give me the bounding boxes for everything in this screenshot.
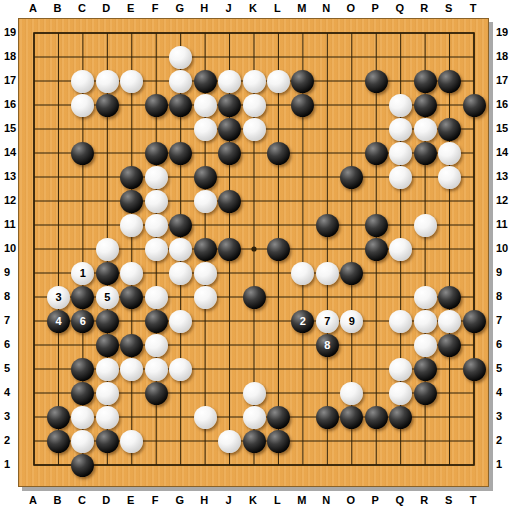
row-label-left-4: 4	[4, 385, 30, 399]
col-label-bottom-G: G	[168, 493, 192, 507]
col-label-top-B: B	[45, 1, 69, 15]
white-stone-D4[interactable]	[96, 382, 119, 405]
star-point-K10	[251, 246, 256, 251]
white-stone-move-7-N7[interactable]: 7	[316, 310, 339, 333]
col-label-bottom-F: F	[143, 493, 167, 507]
row-label-right-8: 8	[496, 289, 511, 303]
row-label-left-7: 7	[4, 313, 30, 327]
col-label-top-O: O	[339, 1, 363, 15]
col-label-bottom-R: R	[412, 493, 436, 507]
col-label-bottom-L: L	[265, 493, 289, 507]
row-label-left-14: 14	[4, 145, 30, 159]
white-stone-E17[interactable]	[120, 70, 143, 93]
white-stone-F12[interactable]	[145, 190, 168, 213]
black-stone-K2[interactable]	[243, 430, 266, 453]
row-label-right-2: 2	[496, 433, 511, 447]
row-label-right-13: 13	[496, 169, 511, 183]
white-stone-J17[interactable]	[218, 70, 241, 93]
white-stone-Q10[interactable]	[389, 238, 412, 261]
white-stone-R6[interactable]	[414, 334, 437, 357]
col-label-top-E: E	[119, 1, 143, 15]
black-stone-J16[interactable]	[218, 94, 241, 117]
white-stone-D10[interactable]	[96, 238, 119, 261]
white-stone-M9[interactable]	[291, 262, 314, 285]
go-board[interactable]: 135462798	[18, 18, 489, 487]
row-label-right-16: 16	[496, 97, 511, 111]
white-stone-F13[interactable]	[145, 166, 168, 189]
black-stone-C1[interactable]	[71, 454, 94, 477]
col-label-bottom-O: O	[339, 493, 363, 507]
col-label-top-R: R	[412, 1, 436, 15]
black-stone-T16[interactable]	[463, 94, 486, 117]
col-label-top-S: S	[437, 1, 461, 15]
black-stone-F14[interactable]	[145, 142, 168, 165]
white-stone-R8[interactable]	[414, 286, 437, 309]
black-stone-E6[interactable]	[120, 334, 143, 357]
white-stone-E9[interactable]	[120, 262, 143, 285]
white-stone-J2[interactable]	[218, 430, 241, 453]
col-label-bottom-J: J	[217, 493, 241, 507]
black-stone-R5[interactable]	[414, 358, 437, 381]
black-stone-move-2-M7[interactable]: 2	[291, 310, 314, 333]
white-stone-H9[interactable]	[194, 262, 217, 285]
row-label-right-9: 9	[496, 265, 511, 279]
row-label-right-18: 18	[496, 49, 511, 63]
white-stone-H8[interactable]	[194, 286, 217, 309]
row-label-left-18: 18	[4, 49, 30, 63]
black-stone-H13[interactable]	[194, 166, 217, 189]
col-label-bottom-H: H	[192, 493, 216, 507]
black-stone-S6[interactable]	[438, 334, 461, 357]
white-stone-H15[interactable]	[194, 118, 217, 141]
white-stone-K16[interactable]	[243, 94, 266, 117]
black-stone-L2[interactable]	[267, 430, 290, 453]
black-stone-T7[interactable]	[463, 310, 486, 333]
col-label-bottom-B: B	[45, 493, 69, 507]
black-stone-D6[interactable]	[96, 334, 119, 357]
row-label-left-10: 10	[4, 241, 30, 255]
white-stone-O4[interactable]	[340, 382, 363, 405]
black-stone-H17[interactable]	[194, 70, 217, 93]
white-stone-move-5-D8[interactable]: 5	[96, 286, 119, 309]
black-stone-P3[interactable]	[365, 406, 388, 429]
black-stone-D9[interactable]	[96, 262, 119, 285]
black-stone-M16[interactable]	[291, 94, 314, 117]
white-stone-move-1-C9[interactable]: 1	[71, 262, 94, 285]
row-label-left-8: 8	[4, 289, 30, 303]
white-stone-G18[interactable]	[169, 46, 192, 69]
black-stone-E13[interactable]	[120, 166, 143, 189]
row-label-right-3: 3	[496, 409, 511, 423]
white-stone-Q16[interactable]	[389, 94, 412, 117]
black-stone-E12[interactable]	[120, 190, 143, 213]
row-label-right-14: 14	[496, 145, 511, 159]
row-label-right-12: 12	[496, 193, 511, 207]
white-stone-Q5[interactable]	[389, 358, 412, 381]
black-stone-R16[interactable]	[414, 94, 437, 117]
black-stone-G16[interactable]	[169, 94, 192, 117]
black-stone-J14[interactable]	[218, 142, 241, 165]
white-stone-G7[interactable]	[169, 310, 192, 333]
white-stone-F10[interactable]	[145, 238, 168, 261]
white-stone-F8[interactable]	[145, 286, 168, 309]
row-label-left-2: 2	[4, 433, 30, 447]
row-label-right-4: 4	[496, 385, 511, 399]
row-label-right-11: 11	[496, 217, 511, 231]
row-label-left-17: 17	[4, 73, 30, 87]
black-stone-L3[interactable]	[267, 406, 290, 429]
col-label-bottom-K: K	[241, 493, 265, 507]
row-label-right-1: 1	[496, 457, 511, 471]
white-stone-R7[interactable]	[414, 310, 437, 333]
white-stone-D17[interactable]	[96, 70, 119, 93]
white-stone-F11[interactable]	[145, 214, 168, 237]
white-stone-D5[interactable]	[96, 358, 119, 381]
black-stone-F7[interactable]	[145, 310, 168, 333]
col-label-bottom-P: P	[363, 493, 387, 507]
white-stone-Q15[interactable]	[389, 118, 412, 141]
black-stone-O3[interactable]	[340, 406, 363, 429]
white-stone-K17[interactable]	[243, 70, 266, 93]
black-stone-P10[interactable]	[365, 238, 388, 261]
white-stone-H12[interactable]	[194, 190, 217, 213]
black-stone-D2[interactable]	[96, 430, 119, 453]
row-label-right-19: 19	[496, 25, 511, 39]
black-stone-C8[interactable]	[71, 286, 94, 309]
col-label-bottom-T: T	[461, 493, 485, 507]
row-label-right-15: 15	[496, 121, 511, 135]
col-label-bottom-Q: Q	[388, 493, 412, 507]
white-stone-E2[interactable]	[120, 430, 143, 453]
black-stone-D16[interactable]	[96, 94, 119, 117]
white-stone-R11[interactable]	[414, 214, 437, 237]
row-label-right-5: 5	[496, 361, 511, 375]
col-label-top-Q: Q	[388, 1, 412, 15]
col-label-top-K: K	[241, 1, 265, 15]
col-label-top-H: H	[192, 1, 216, 15]
white-stone-move-9-O7[interactable]: 9	[340, 310, 363, 333]
white-stone-C16[interactable]	[71, 94, 94, 117]
black-stone-M17[interactable]	[291, 70, 314, 93]
col-label-top-L: L	[265, 1, 289, 15]
row-label-left-12: 12	[4, 193, 30, 207]
black-stone-S17[interactable]	[438, 70, 461, 93]
row-label-right-6: 6	[496, 337, 511, 351]
row-label-left-3: 3	[4, 409, 30, 423]
white-stone-G17[interactable]	[169, 70, 192, 93]
black-stone-C14[interactable]	[71, 142, 94, 165]
white-stone-F6[interactable]	[145, 334, 168, 357]
white-stone-N9[interactable]	[316, 262, 339, 285]
white-stone-E5[interactable]	[120, 358, 143, 381]
col-label-bottom-M: M	[290, 493, 314, 507]
row-label-left-5: 5	[4, 361, 30, 375]
black-stone-R17[interactable]	[414, 70, 437, 93]
black-stone-G14[interactable]	[169, 142, 192, 165]
col-label-top-T: T	[461, 1, 485, 15]
white-stone-E11[interactable]	[120, 214, 143, 237]
white-stone-H3[interactable]	[194, 406, 217, 429]
white-stone-G9[interactable]	[169, 262, 192, 285]
white-stone-Q14[interactable]	[389, 142, 412, 165]
black-stone-J15[interactable]	[218, 118, 241, 141]
black-stone-N3[interactable]	[316, 406, 339, 429]
col-label-bottom-A: A	[21, 493, 45, 507]
white-stone-S13[interactable]	[438, 166, 461, 189]
white-stone-S7[interactable]	[438, 310, 461, 333]
white-stone-C2[interactable]	[71, 430, 94, 453]
row-label-left-9: 9	[4, 265, 30, 279]
black-stone-S8[interactable]	[438, 286, 461, 309]
black-stone-move-4-B7[interactable]: 4	[47, 310, 70, 333]
black-stone-H10[interactable]	[194, 238, 217, 261]
go-app-screen: 135462798 AABBCCDDEEFFGGHHJJKKLLMMNNOOPP…	[0, 0, 511, 510]
black-stone-C5[interactable]	[71, 358, 94, 381]
black-stone-N11[interactable]	[316, 214, 339, 237]
white-stone-C17[interactable]	[71, 70, 94, 93]
black-stone-R14[interactable]	[414, 142, 437, 165]
row-label-left-1: 1	[4, 457, 30, 471]
col-label-top-M: M	[290, 1, 314, 15]
col-label-top-C: C	[70, 1, 94, 15]
black-stone-E8[interactable]	[120, 286, 143, 309]
black-stone-C4[interactable]	[71, 382, 94, 405]
black-stone-T5[interactable]	[463, 358, 486, 381]
col-label-top-A: A	[21, 1, 45, 15]
white-stone-K15[interactable]	[243, 118, 266, 141]
col-label-top-N: N	[314, 1, 338, 15]
col-label-top-D: D	[94, 1, 118, 15]
black-stone-B3[interactable]	[47, 406, 70, 429]
col-label-top-J: J	[217, 1, 241, 15]
black-stone-L10[interactable]	[267, 238, 290, 261]
white-stone-Q7[interactable]	[389, 310, 412, 333]
black-stone-P14[interactable]	[365, 142, 388, 165]
row-label-left-6: 6	[4, 337, 30, 351]
row-label-left-15: 15	[4, 121, 30, 135]
black-stone-G11[interactable]	[169, 214, 192, 237]
white-stone-F5[interactable]	[145, 358, 168, 381]
row-label-left-19: 19	[4, 25, 30, 39]
white-stone-L17[interactable]	[267, 70, 290, 93]
black-stone-K8[interactable]	[243, 286, 266, 309]
white-stone-K4[interactable]	[243, 382, 266, 405]
white-stone-K3[interactable]	[243, 406, 266, 429]
white-stone-S14[interactable]	[438, 142, 461, 165]
black-stone-P17[interactable]	[365, 70, 388, 93]
black-stone-D7[interactable]	[96, 310, 119, 333]
row-label-right-7: 7	[496, 313, 511, 327]
black-stone-O13[interactable]	[340, 166, 363, 189]
white-stone-G5[interactable]	[169, 358, 192, 381]
white-stone-R15[interactable]	[414, 118, 437, 141]
row-label-right-10: 10	[496, 241, 511, 255]
white-stone-G10[interactable]	[169, 238, 192, 261]
white-stone-C3[interactable]	[71, 406, 94, 429]
black-stone-S15[interactable]	[438, 118, 461, 141]
col-label-top-F: F	[143, 1, 167, 15]
black-stone-Q3[interactable]	[389, 406, 412, 429]
white-stone-Q4[interactable]	[389, 382, 412, 405]
row-label-left-13: 13	[4, 169, 30, 183]
col-label-top-P: P	[363, 1, 387, 15]
col-label-top-G: G	[168, 1, 192, 15]
black-stone-move-6-C7[interactable]: 6	[71, 310, 94, 333]
row-label-left-16: 16	[4, 97, 30, 111]
col-label-bottom-N: N	[314, 493, 338, 507]
row-label-right-17: 17	[496, 73, 511, 87]
col-label-bottom-D: D	[94, 493, 118, 507]
white-stone-Q13[interactable]	[389, 166, 412, 189]
col-label-bottom-S: S	[437, 493, 461, 507]
black-stone-R4[interactable]	[414, 382, 437, 405]
row-label-left-11: 11	[4, 217, 30, 231]
black-stone-J12[interactable]	[218, 190, 241, 213]
black-stone-J10[interactable]	[218, 238, 241, 261]
col-label-bottom-E: E	[119, 493, 143, 507]
white-stone-D3[interactable]	[96, 406, 119, 429]
black-stone-L14[interactable]	[267, 142, 290, 165]
white-stone-H16[interactable]	[194, 94, 217, 117]
black-stone-F16[interactable]	[145, 94, 168, 117]
black-stone-O9[interactable]	[340, 262, 363, 285]
white-stone-move-3-B8[interactable]: 3	[47, 286, 70, 309]
black-stone-F4[interactable]	[145, 382, 168, 405]
black-stone-B2[interactable]	[47, 430, 70, 453]
col-label-bottom-C: C	[70, 493, 94, 507]
black-stone-P11[interactable]	[365, 214, 388, 237]
black-stone-move-8-N6[interactable]: 8	[316, 334, 339, 357]
